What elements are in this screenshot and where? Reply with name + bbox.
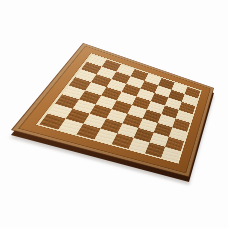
product-photo xyxy=(0,0,228,228)
chess-board xyxy=(11,43,214,177)
